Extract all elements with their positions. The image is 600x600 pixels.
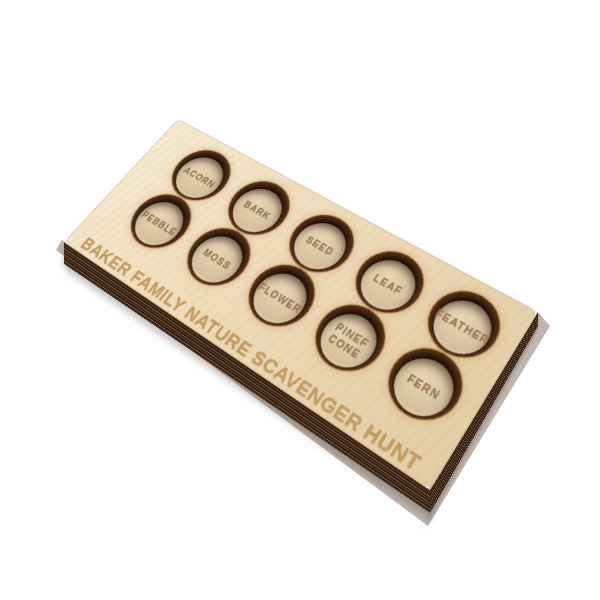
product-photo-stage: ACORN BARK SEED LEAF FEATHER PEBBLE [0,0,600,600]
slot-label-flower: FLOWER [256,281,304,316]
slot-label-pine-cone: PINEF CONE [326,321,372,361]
slot-label-leaf: LEAF [371,272,405,297]
slot-fern-recess: FERN [383,348,464,427]
slot-flower-recess: FLOWER [243,265,317,333]
slot-pine-cone-recess: PINEF CONE [310,305,388,378]
slot-moss-recess: MOSS [182,228,253,291]
slot-label-bark: BARK [241,199,273,222]
slot-label-acorn: ACORN [182,165,218,189]
slot-label-pebble: PEBBLE [139,209,179,238]
slot-label-moss: MOSS [201,247,234,272]
slot-label-seed: SEED [304,234,336,258]
slot-label-fern: FERN [405,372,443,402]
slot-label-feather: FEATHER [433,307,492,347]
slot-pebble-recess: PEBBLE [125,195,193,254]
